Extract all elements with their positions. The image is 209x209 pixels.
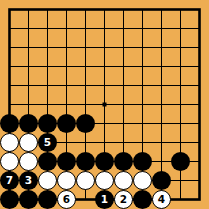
intersection-r10-c9 [171, 190, 190, 209]
intersection-r4-c1 [19, 76, 38, 95]
intersection-r5-c7 [133, 95, 152, 114]
black-stone [38, 190, 57, 209]
intersection-r8-c4 [76, 152, 95, 171]
go-board: 5736124 [0, 0, 209, 209]
intersection-r6-c1 [19, 114, 38, 133]
white-stone: 4 [152, 190, 171, 209]
intersection-r2-c10 [190, 38, 209, 57]
intersection-r7-c5 [95, 133, 114, 152]
intersection-r1-c1 [19, 19, 38, 38]
intersection-r6-c5 [95, 114, 114, 133]
intersection-r0-c3 [57, 0, 76, 19]
black-stone [133, 190, 152, 209]
intersection-r3-c3 [57, 57, 76, 76]
white-stone [133, 171, 152, 190]
black-stone [57, 152, 76, 171]
intersection-r9-c4 [76, 171, 95, 190]
intersection-r10-c1 [19, 190, 38, 209]
intersection-r6-c3 [57, 114, 76, 133]
intersection-r6-c2 [38, 114, 57, 133]
white-stone [19, 152, 38, 171]
intersection-r7-c3 [57, 133, 76, 152]
white-stone [57, 171, 76, 190]
intersection-r1-c2 [38, 19, 57, 38]
intersection-r1-c6 [114, 19, 133, 38]
intersection-r9-c2 [38, 171, 57, 190]
intersection-r8-c10 [190, 152, 209, 171]
intersection-r0-c9 [171, 0, 190, 19]
intersection-r4-c6 [114, 76, 133, 95]
intersection-r10-c4 [76, 190, 95, 209]
white-stone: 2 [114, 190, 133, 209]
intersection-r6-c0 [0, 114, 19, 133]
intersection-r9-c3 [57, 171, 76, 190]
white-stone [114, 171, 133, 190]
intersection-r9-c10 [190, 171, 209, 190]
intersection-r1-c9 [171, 19, 190, 38]
intersection-r10-c5: 1 [95, 190, 114, 209]
intersection-r3-c4 [76, 57, 95, 76]
intersection-r1-c7 [133, 19, 152, 38]
black-stone [0, 190, 19, 209]
intersection-r9-c6 [114, 171, 133, 190]
intersection-r4-c8 [152, 76, 171, 95]
intersection-r9-c8 [152, 171, 171, 190]
black-stone: 1 [95, 190, 114, 209]
intersection-r6-c8 [152, 114, 171, 133]
white-stone [76, 171, 95, 190]
move-number-6: 6 [63, 194, 70, 205]
intersection-r10-c0 [0, 190, 19, 209]
intersection-r7-c2: 5 [38, 133, 57, 152]
intersection-r8-c3 [57, 152, 76, 171]
intersection-r10-c3: 6 [57, 190, 76, 209]
intersection-r10-c10 [190, 190, 209, 209]
intersection-r2-c7 [133, 38, 152, 57]
intersection-r7-c1 [19, 133, 38, 152]
intersection-r10-c8: 4 [152, 190, 171, 209]
intersection-r2-c3 [57, 38, 76, 57]
intersection-r9-c5 [95, 171, 114, 190]
intersection-r3-c6 [114, 57, 133, 76]
black-stone: 5 [38, 133, 57, 152]
intersection-r7-c6 [114, 133, 133, 152]
intersection-r4-c2 [38, 76, 57, 95]
white-stone [0, 152, 19, 171]
move-number-3: 3 [25, 175, 32, 186]
white-stone [38, 171, 57, 190]
black-stone [152, 171, 171, 190]
intersection-r8-c5 [95, 152, 114, 171]
move-number-5: 5 [44, 137, 51, 148]
intersection-r3-c10 [190, 57, 209, 76]
stones-layer: 5736124 [0, 0, 209, 209]
black-stone: 7 [0, 171, 19, 190]
black-stone [95, 152, 114, 171]
black-stone [19, 114, 38, 133]
intersection-r0-c2 [38, 0, 57, 19]
intersection-r10-c6: 2 [114, 190, 133, 209]
black-stone [76, 114, 95, 133]
white-stone [19, 133, 38, 152]
intersection-r4-c10 [190, 76, 209, 95]
intersection-r9-c9 [171, 171, 190, 190]
intersection-r5-c0 [0, 95, 19, 114]
intersection-r5-c9 [171, 95, 190, 114]
intersection-r2-c5 [95, 38, 114, 57]
intersection-r6-c6 [114, 114, 133, 133]
intersection-r9-c7 [133, 171, 152, 190]
intersection-r3-c9 [171, 57, 190, 76]
intersection-r8-c7 [133, 152, 152, 171]
black-stone [38, 152, 57, 171]
intersection-r1-c10 [190, 19, 209, 38]
black-stone [76, 152, 95, 171]
intersection-r7-c8 [152, 133, 171, 152]
intersection-r8-c6 [114, 152, 133, 171]
intersection-r9-c1: 3 [19, 171, 38, 190]
intersection-r6-c4 [76, 114, 95, 133]
intersection-r8-c0 [0, 152, 19, 171]
intersection-r8-c9 [171, 152, 190, 171]
intersection-r7-c7 [133, 133, 152, 152]
intersection-r5-c1 [19, 95, 38, 114]
intersection-r1-c5 [95, 19, 114, 38]
intersection-r4-c5 [95, 76, 114, 95]
intersection-r6-c9 [171, 114, 190, 133]
intersection-r5-c2 [38, 95, 57, 114]
intersection-r5-c5 [95, 95, 114, 114]
intersection-r1-c3 [57, 19, 76, 38]
intersection-r2-c1 [19, 38, 38, 57]
intersection-r6-c10 [190, 114, 209, 133]
intersection-r7-c4 [76, 133, 95, 152]
intersection-r3-c2 [38, 57, 57, 76]
intersection-r7-c9 [171, 133, 190, 152]
intersection-r4-c3 [57, 76, 76, 95]
move-number-2: 2 [120, 194, 127, 205]
intersection-r10-c7 [133, 190, 152, 209]
intersection-r0-c4 [76, 0, 95, 19]
black-stone [57, 114, 76, 133]
intersection-r3-c7 [133, 57, 152, 76]
intersection-r8-c1 [19, 152, 38, 171]
intersection-r0-c8 [152, 0, 171, 19]
white-stone [95, 171, 114, 190]
intersection-r0-c10 [190, 0, 209, 19]
intersection-r10-c2 [38, 190, 57, 209]
intersection-r7-c10 [190, 133, 209, 152]
intersection-r4-c9 [171, 76, 190, 95]
intersection-r4-c4 [76, 76, 95, 95]
intersection-r2-c2 [38, 38, 57, 57]
intersection-r0-c1 [19, 0, 38, 19]
intersection-r0-c6 [114, 0, 133, 19]
intersection-r4-c0 [0, 76, 19, 95]
intersection-r9-c0: 7 [0, 171, 19, 190]
black-stone [133, 152, 152, 171]
intersection-r8-c2 [38, 152, 57, 171]
intersection-r0-c0 [0, 0, 19, 19]
move-number-1: 1 [101, 194, 108, 205]
intersection-r3-c0 [0, 57, 19, 76]
intersection-r7-c0 [0, 133, 19, 152]
intersection-r5-c10 [190, 95, 209, 114]
intersection-r8-c8 [152, 152, 171, 171]
black-stone [38, 114, 57, 133]
intersection-r0-c5 [95, 0, 114, 19]
intersection-r5-c3 [57, 95, 76, 114]
intersection-r5-c8 [152, 95, 171, 114]
intersection-r1-c8 [152, 19, 171, 38]
intersection-r3-c5 [95, 57, 114, 76]
black-stone [114, 152, 133, 171]
intersection-r0-c7 [133, 0, 152, 19]
intersection-r5-c4 [76, 95, 95, 114]
move-number-7: 7 [6, 175, 13, 186]
intersection-r2-c9 [171, 38, 190, 57]
black-stone: 3 [19, 171, 38, 190]
intersection-r3-c1 [19, 57, 38, 76]
intersection-r2-c6 [114, 38, 133, 57]
intersection-r3-c8 [152, 57, 171, 76]
black-stone [19, 190, 38, 209]
black-stone [171, 152, 190, 171]
intersection-r4-c7 [133, 76, 152, 95]
intersection-r1-c0 [0, 19, 19, 38]
intersection-r2-c0 [0, 38, 19, 57]
move-number-4: 4 [158, 194, 165, 205]
intersection-r6-c7 [133, 114, 152, 133]
black-stone [0, 114, 19, 133]
intersection-r2-c4 [76, 38, 95, 57]
white-stone: 6 [57, 190, 76, 209]
intersection-r5-c6 [114, 95, 133, 114]
intersection-r1-c4 [76, 19, 95, 38]
intersection-r2-c8 [152, 38, 171, 57]
white-stone [0, 133, 19, 152]
